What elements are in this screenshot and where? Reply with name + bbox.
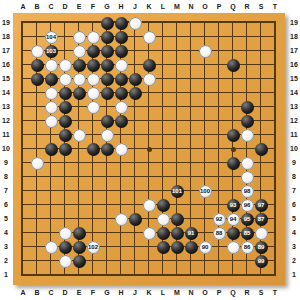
black-stone-B16: [31, 59, 44, 72]
row-label-right: 8: [287, 171, 300, 183]
col-label-top: N: [184, 1, 198, 13]
col-label-top: C: [44, 1, 58, 13]
black-stone-R13: [241, 101, 254, 114]
row-label-left: 12: [0, 115, 13, 127]
row-label-left: 7: [0, 185, 13, 197]
white-stone-D16: [59, 59, 72, 72]
row-label-left: 17: [0, 45, 13, 57]
row-label-left: 13: [0, 101, 13, 113]
black-stone-S10: [255, 143, 268, 156]
black-stone-M4: [171, 227, 184, 240]
col-label-bottom: R: [240, 287, 254, 299]
row-label-right: 10: [287, 143, 300, 155]
black-stone-D3: [59, 241, 72, 254]
white-stone-H5: [115, 213, 128, 226]
col-label-top: J: [128, 1, 142, 13]
black-stone-H14: [115, 87, 128, 100]
black-stone-M3: [171, 241, 184, 254]
col-label-bottom: N: [184, 287, 198, 299]
col-label-bottom: C: [44, 287, 58, 299]
col-label-bottom: D: [58, 287, 72, 299]
row-label-left: 14: [0, 87, 13, 99]
white-stone-F14: [87, 87, 100, 100]
col-label-top: K: [142, 1, 156, 13]
white-stone-P4: 88: [213, 227, 226, 240]
black-stone-G18: [101, 31, 114, 44]
go-diagram: 1041031011009893969792949587918885102908…: [0, 0, 300, 300]
white-stone-Q3: [227, 241, 240, 254]
black-stone-F10: [87, 143, 100, 156]
row-label-right: 17: [287, 45, 300, 57]
black-stone-G16: [101, 59, 114, 72]
col-label-bottom: F: [86, 287, 100, 299]
black-stone-L6: [157, 199, 170, 212]
white-stone-R8: [241, 171, 254, 184]
black-stone-M7: 101: [171, 185, 184, 198]
row-label-right: 13: [287, 101, 300, 113]
white-stone-R6: 96: [241, 199, 254, 212]
black-stone-R5: 95: [241, 213, 254, 226]
white-stone-K4: [143, 227, 156, 240]
row-label-left: 3: [0, 241, 13, 253]
black-stone-E14: [73, 87, 86, 100]
col-label-top: D: [58, 1, 72, 13]
row-label-left: 18: [0, 31, 13, 43]
white-stone-E18: [73, 31, 86, 44]
white-stone-P5: 92: [213, 213, 226, 226]
black-stone-M5: [171, 213, 184, 226]
black-stone-L4: [157, 227, 170, 240]
col-label-bottom: H: [114, 287, 128, 299]
white-stone-R9: [241, 157, 254, 170]
row-label-left: 5: [0, 213, 13, 225]
white-stone-K6: [143, 199, 156, 212]
black-stone-D13: [59, 101, 72, 114]
black-stone-N4: 91: [185, 227, 198, 240]
white-stone-H16: [115, 59, 128, 72]
black-stone-F16: [87, 59, 100, 72]
col-label-top: B: [30, 1, 44, 13]
black-stone-G15: [101, 73, 114, 86]
col-label-top: S: [254, 1, 268, 13]
row-label-right: 5: [287, 213, 300, 225]
white-stone-F15: [87, 73, 100, 86]
col-label-top: H: [114, 1, 128, 13]
black-stone-C10: [45, 143, 58, 156]
row-label-left: 16: [0, 59, 13, 71]
white-stone-O17: [199, 45, 212, 58]
black-stone-J15: [129, 73, 142, 86]
white-stone-F3: 102: [87, 241, 100, 254]
row-label-left: 4: [0, 227, 13, 239]
row-label-left: 10: [0, 143, 13, 155]
col-label-top: F: [86, 1, 100, 13]
col-label-top: M: [170, 1, 184, 13]
black-stone-G14: [101, 87, 114, 100]
white-stone-C12: [45, 115, 58, 128]
row-label-left: 8: [0, 171, 13, 183]
black-stone-E3: [73, 241, 86, 254]
star-point: [147, 147, 152, 152]
black-stone-S3: 89: [255, 241, 268, 254]
white-stone-H13: [115, 101, 128, 114]
white-stone-J19: [129, 17, 142, 30]
row-label-left: 6: [0, 199, 13, 211]
white-stone-C14: [45, 87, 58, 100]
row-label-right: 15: [287, 73, 300, 85]
star-point: [231, 147, 236, 152]
black-stone-S5: 87: [255, 213, 268, 226]
black-stone-G19: [101, 17, 114, 30]
black-stone-J5: [129, 213, 142, 226]
col-label-bottom: K: [142, 287, 156, 299]
col-label-top: G: [100, 1, 114, 13]
black-stone-D12: [59, 115, 72, 128]
black-stone-K16: [143, 59, 156, 72]
white-stone-C3: [45, 241, 58, 254]
black-stone-S6: 97: [255, 199, 268, 212]
black-stone-Q6: 93: [227, 199, 240, 212]
row-label-left: 2: [0, 255, 13, 267]
row-label-right: 16: [287, 59, 300, 71]
col-label-top: O: [198, 1, 212, 13]
black-stone-N3: [185, 241, 198, 254]
col-label-top: R: [240, 1, 254, 13]
go-board[interactable]: 1041031011009893969792949587918885102908…: [13, 13, 285, 285]
row-label-left: 9: [0, 157, 13, 169]
black-stone-Q4: [227, 227, 240, 240]
col-label-bottom: G: [100, 287, 114, 299]
col-label-top: A: [16, 1, 30, 13]
col-label-top: Q: [226, 1, 240, 13]
col-label-top: P: [212, 1, 226, 13]
col-label-top: L: [156, 1, 170, 13]
black-stone-R4: 85: [241, 227, 254, 240]
col-label-bottom: P: [212, 287, 226, 299]
black-stone-H19: [115, 17, 128, 30]
row-label-right: 3: [287, 241, 300, 253]
row-label-right: 4: [287, 227, 300, 239]
row-label-right: 2: [287, 255, 300, 267]
white-stone-O7: 100: [199, 185, 212, 198]
white-stone-B9: [31, 157, 44, 170]
col-label-bottom: B: [30, 287, 44, 299]
black-stone-G17: [101, 45, 114, 58]
white-stone-K18: [143, 31, 156, 44]
black-stone-D10: [59, 143, 72, 156]
black-stone-G10: [101, 143, 114, 156]
white-stone-D15: [59, 73, 72, 86]
white-stone-C13: [45, 101, 58, 114]
black-stone-S2: 99: [255, 255, 268, 268]
black-stone-F17: [87, 45, 100, 58]
row-label-right: 14: [287, 87, 300, 99]
row-label-right: 19: [287, 17, 300, 29]
row-label-right: 18: [287, 31, 300, 43]
black-stone-Q9: [227, 157, 240, 170]
white-stone-O3: 90: [199, 241, 212, 254]
white-stone-L5: [157, 213, 170, 226]
row-label-right: 12: [287, 115, 300, 127]
black-stone-G12: [101, 115, 114, 128]
row-label-left: 19: [0, 17, 13, 29]
black-stone-H18: [115, 31, 128, 44]
black-stone-E4: [73, 227, 86, 240]
white-stone-F13: [87, 101, 100, 114]
black-stone-E2: [73, 255, 86, 268]
white-stone-E11: [73, 129, 86, 142]
white-stone-G11: [101, 129, 114, 142]
col-label-bottom: L: [156, 287, 170, 299]
white-stone-H10: [115, 143, 128, 156]
row-label-right: 6: [287, 199, 300, 211]
black-stone-D11: [59, 129, 72, 142]
black-stone-C15: [45, 73, 58, 86]
row-label-left: 11: [0, 129, 13, 141]
white-stone-R11: [241, 129, 254, 142]
white-stone-R7: 98: [241, 185, 254, 198]
col-label-bottom: Q: [226, 287, 240, 299]
col-label-bottom: S: [254, 287, 268, 299]
col-label-bottom: E: [72, 287, 86, 299]
col-label-bottom: A: [16, 287, 30, 299]
white-stone-C16: [45, 59, 58, 72]
black-stone-E16: [73, 59, 86, 72]
col-label-bottom: M: [170, 287, 184, 299]
white-stone-Q5: 94: [227, 213, 240, 226]
black-stone-B15: [31, 73, 44, 86]
black-stone-H17: [115, 45, 128, 58]
row-label-right: 7: [287, 185, 300, 197]
white-stone-K15: [143, 73, 156, 86]
col-label-bottom: J: [128, 287, 142, 299]
white-stone-F18: [87, 31, 100, 44]
white-stone-E15: [73, 73, 86, 86]
white-stone-C18: 104: [45, 31, 58, 44]
row-label-right: 1: [287, 269, 300, 281]
col-label-top: T: [268, 1, 282, 13]
white-stone-B17: [31, 45, 44, 58]
col-label-top: E: [72, 1, 86, 13]
col-label-bottom: T: [268, 287, 282, 299]
black-stone-Q16: [227, 59, 240, 72]
white-stone-D4: [59, 227, 72, 240]
black-stone-H15: [115, 73, 128, 86]
black-stone-L3: [157, 241, 170, 254]
white-stone-S4: [255, 227, 268, 240]
row-label-left: 15: [0, 73, 13, 85]
row-label-right: 11: [287, 129, 300, 141]
black-stone-D14: [59, 87, 72, 100]
row-label-right: 9: [287, 157, 300, 169]
row-label-left: 1: [0, 269, 13, 281]
white-stone-E17: [73, 45, 86, 58]
white-stone-D2: [59, 255, 72, 268]
black-stone-Q11: [227, 129, 240, 142]
black-stone-H12: [115, 115, 128, 128]
black-stone-J14: [129, 87, 142, 100]
white-stone-R3: 86: [241, 241, 254, 254]
col-label-bottom: O: [198, 287, 212, 299]
black-stone-R12: [241, 115, 254, 128]
black-stone-C17: 103: [45, 45, 58, 58]
